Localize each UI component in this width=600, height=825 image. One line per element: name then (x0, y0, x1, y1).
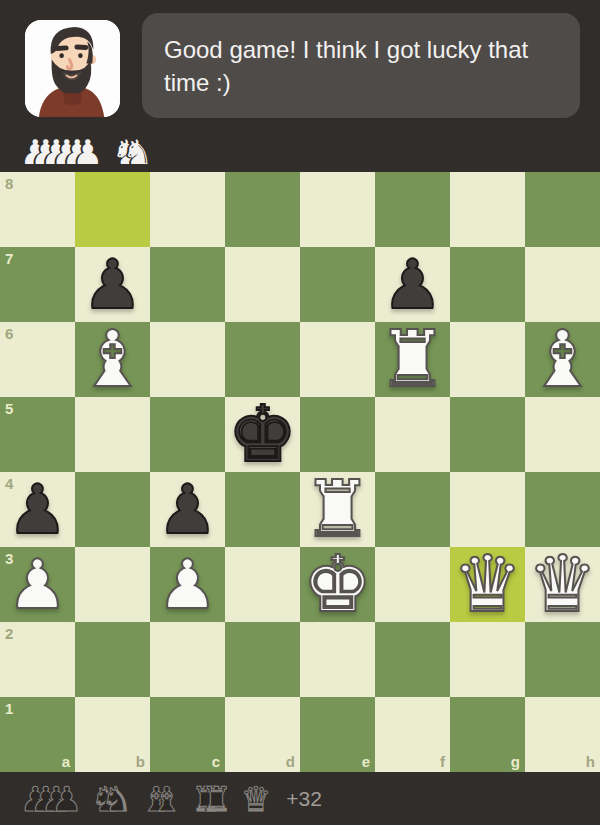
file-label-c: c (212, 754, 220, 769)
square-c3[interactable]: ♟ (150, 547, 225, 622)
square-a5[interactable]: 5 (0, 397, 75, 472)
square-f1[interactable]: f (375, 697, 450, 772)
piece-white-pawn-c3[interactable]: ♟ (157, 547, 218, 622)
square-f5[interactable] (375, 397, 450, 472)
square-h7[interactable] (525, 247, 600, 322)
file-label-f: f (440, 754, 445, 769)
square-g1[interactable]: g (450, 697, 525, 772)
captured-black-rook-icon: ♜ (201, 784, 231, 814)
piece-black-pawn-a4[interactable]: ♟ (7, 472, 68, 547)
square-h5[interactable] (525, 397, 600, 472)
rank-label-5: 5 (5, 401, 13, 416)
captured-white-pawn-icon: ♟ (72, 137, 102, 167)
square-h3[interactable]: ♛ (525, 547, 600, 622)
square-c8[interactable] (150, 172, 225, 247)
file-label-g: g (511, 754, 520, 769)
square-e5[interactable] (300, 397, 375, 472)
square-d8[interactable] (225, 172, 300, 247)
piece-black-pawn-c4[interactable]: ♟ (157, 472, 218, 547)
square-a8[interactable]: 8 (0, 172, 75, 247)
square-c5[interactable] (150, 397, 225, 472)
square-b4[interactable] (75, 472, 150, 547)
square-d3[interactable] (225, 547, 300, 622)
square-h4[interactable] (525, 472, 600, 547)
rank-label-1: 1 (5, 701, 13, 716)
square-g6[interactable] (450, 322, 525, 397)
square-d2[interactable] (225, 622, 300, 697)
square-d5[interactable]: ♚ (225, 397, 300, 472)
file-label-h: h (586, 754, 595, 769)
square-f7[interactable]: ♟ (375, 247, 450, 322)
square-a3[interactable]: 3♟ (0, 547, 75, 622)
square-c2[interactable] (150, 622, 225, 697)
square-d1[interactable]: d (225, 697, 300, 772)
captured-knight-group: ♞♞ (112, 137, 153, 167)
chat-bubble: Good game! I think I got lucky that time… (142, 13, 580, 118)
square-c4[interactable]: ♟ (150, 472, 225, 547)
square-f6[interactable]: ♜ (375, 322, 450, 397)
square-g8[interactable] (450, 172, 525, 247)
square-h1[interactable]: h (525, 697, 600, 772)
avatar-illustration (25, 20, 120, 117)
square-g2[interactable] (450, 622, 525, 697)
rank-label-6: 6 (5, 326, 13, 341)
rank-label-7: 7 (5, 251, 13, 266)
piece-white-pawn-a3[interactable]: ♟ (7, 547, 68, 622)
square-a1[interactable]: 1a (0, 697, 75, 772)
square-e2[interactable] (300, 622, 375, 697)
file-label-a: a (62, 754, 70, 769)
square-e7[interactable] (300, 247, 375, 322)
rank-label-8: 8 (5, 176, 13, 191)
captured-queen-group: ♛ (241, 784, 271, 814)
square-b1[interactable]: b (75, 697, 150, 772)
captured-pawn-group: ♟♟♟♟ (20, 784, 82, 814)
square-f2[interactable] (375, 622, 450, 697)
piece-white-rook-f6[interactable]: ♜ (378, 322, 448, 397)
square-h8[interactable] (525, 172, 600, 247)
square-b6[interactable]: ♝ (75, 322, 150, 397)
opponent-area: Good game! I think I got lucky that time… (0, 0, 600, 172)
piece-white-bishop-b6[interactable]: ♝ (78, 322, 148, 397)
square-f3[interactable] (375, 547, 450, 622)
captured-black-pawn-icon: ♟ (51, 784, 81, 814)
piece-white-queen-g3[interactable]: ♛ (453, 547, 523, 622)
square-e4[interactable]: ♜ (300, 472, 375, 547)
piece-black-pawn-f7[interactable]: ♟ (382, 247, 443, 322)
square-a6[interactable]: 6 (0, 322, 75, 397)
square-f8[interactable] (375, 172, 450, 247)
piece-black-pawn-b7[interactable]: ♟ (82, 247, 143, 322)
square-g3[interactable]: ♛ (450, 547, 525, 622)
square-e1[interactable]: e (300, 697, 375, 772)
square-e3[interactable]: ♚ (300, 547, 375, 622)
captured-black-knight-icon: ♞ (101, 784, 131, 814)
square-g4[interactable] (450, 472, 525, 547)
square-e6[interactable] (300, 322, 375, 397)
piece-white-rook-e4[interactable]: ♜ (303, 472, 373, 547)
captured-black-queen-icon: ♛ (241, 784, 271, 814)
square-b5[interactable] (75, 397, 150, 472)
piece-white-queen-h3[interactable]: ♛ (528, 547, 598, 622)
square-a2[interactable]: 2 (0, 622, 75, 697)
square-h2[interactable] (525, 622, 600, 697)
square-c6[interactable] (150, 322, 225, 397)
captured-pawn-group: ♟♟♟♟♟♟ (20, 137, 103, 167)
file-label-b: b (136, 754, 145, 769)
square-a4[interactable]: 4♟ (0, 472, 75, 547)
file-label-d: d (286, 754, 295, 769)
piece-white-bishop-h6[interactable]: ♝ (528, 322, 598, 397)
captured-by-player-tray: ♟♟♟♟♞♞♝♝♜♜♛ (20, 784, 280, 814)
rank-label-2: 2 (5, 626, 13, 641)
square-h6[interactable]: ♝ (525, 322, 600, 397)
square-b7[interactable]: ♟ (75, 247, 150, 322)
captured-black-bishop-icon: ♝ (151, 784, 181, 814)
piece-white-king-e3[interactable]: ♚ (303, 547, 373, 622)
square-d4[interactable] (225, 472, 300, 547)
captured-white-knight-icon: ♞ (122, 137, 152, 167)
square-b3[interactable] (75, 547, 150, 622)
square-g5[interactable] (450, 397, 525, 472)
file-label-e: e (362, 754, 370, 769)
captured-bishop-group: ♝♝ (141, 784, 182, 814)
chess-board: 87♟♟6♝♜♝5♚4♟♟♜3♟♟♚♛♛21abcdefgh (0, 172, 600, 772)
square-c1[interactable]: c (150, 697, 225, 772)
square-f4[interactable] (375, 472, 450, 547)
square-c7[interactable] (150, 247, 225, 322)
square-d6[interactable] (225, 322, 300, 397)
square-g7[interactable] (450, 247, 525, 322)
square-e8[interactable] (300, 172, 375, 247)
square-d7[interactable] (225, 247, 300, 322)
square-b2[interactable] (75, 622, 150, 697)
captured-by-opponent-tray: ♟♟♟♟♟♟♞♞ (20, 133, 162, 167)
square-a7[interactable]: 7 (0, 247, 75, 322)
material-advantage: +32 (286, 787, 322, 811)
piece-black-king-d5[interactable]: ♚ (228, 397, 298, 472)
captured-knight-group: ♞♞ (91, 784, 132, 814)
opponent-avatar bearded-man-avatar-icon[interactable] (25, 20, 120, 117)
chat-message: Good game! I think I got lucky that time… (164, 36, 528, 96)
captured-rook-group: ♜♜ (191, 784, 232, 814)
square-b8[interactable] (75, 172, 150, 247)
player-capture-bar: ♟♟♟♟♞♞♝♝♜♜♛ +32 (0, 772, 600, 825)
